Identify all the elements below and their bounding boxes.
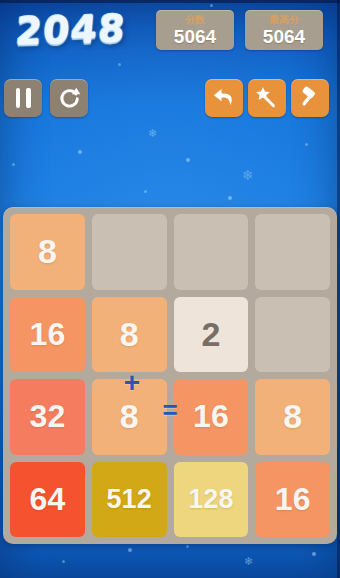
snow-dot	[62, 560, 65, 563]
tile-16: 16	[10, 297, 85, 373]
tile-32: 32	[10, 379, 85, 455]
snowflake-icon: ❄	[242, 168, 254, 182]
game-screen: ❄ ❄ ❄ 2048 分数 5064 最高分 5064	[0, 0, 340, 578]
pause-button[interactable]	[4, 79, 42, 117]
tile-8: 8	[92, 297, 167, 373]
snow-dot	[210, 4, 213, 7]
score-value: 5064	[174, 26, 216, 47]
undo-arrow-icon	[211, 85, 237, 111]
tile-2: 2	[174, 297, 249, 373]
hammer-icon	[297, 85, 323, 111]
hammer-button[interactable]	[291, 79, 329, 117]
tile-128: 128	[174, 462, 249, 538]
snow-dot	[186, 158, 190, 162]
tile-grid: 816823281686451212816	[10, 214, 330, 537]
tile-8: 8	[255, 379, 330, 455]
score-label: 分数	[185, 14, 205, 26]
snow-dot	[118, 63, 121, 66]
game-logo: 2048	[14, 7, 128, 54]
tile-512: 512	[92, 462, 167, 538]
restart-icon	[56, 85, 82, 111]
snowflake-icon: ❄	[244, 556, 253, 567]
game-board[interactable]: 816823281686451212816 + =	[3, 207, 337, 544]
tile-16: 16	[255, 462, 330, 538]
snowflake-icon: ❄	[148, 128, 157, 139]
pause-icon	[16, 88, 31, 108]
snow-dot	[305, 143, 308, 146]
best-score-label: 最高分	[269, 14, 299, 26]
snow-dot	[78, 150, 82, 154]
score-box: 分数 5064	[156, 10, 234, 50]
snow-dot	[312, 552, 316, 556]
empty-cell	[92, 214, 167, 290]
magic-wand-button[interactable]	[248, 79, 286, 117]
snow-dot	[144, 190, 147, 193]
tile-8: 8	[92, 379, 167, 455]
snow-dot	[186, 545, 189, 548]
snow-dot	[228, 196, 232, 200]
best-score-value: 5064	[263, 26, 305, 47]
snow-dot	[128, 548, 132, 552]
tile-8: 8	[10, 214, 85, 290]
snow-dot	[12, 163, 15, 166]
tile-64: 64	[10, 462, 85, 538]
tile-16: 16	[174, 379, 249, 455]
empty-cell	[255, 297, 330, 373]
best-score-box: 最高分 5064	[245, 10, 323, 50]
magic-wand-icon	[254, 85, 280, 111]
empty-cell	[255, 214, 330, 290]
undo-button[interactable]	[205, 79, 243, 117]
empty-cell	[174, 214, 249, 290]
restart-button[interactable]	[50, 79, 88, 117]
